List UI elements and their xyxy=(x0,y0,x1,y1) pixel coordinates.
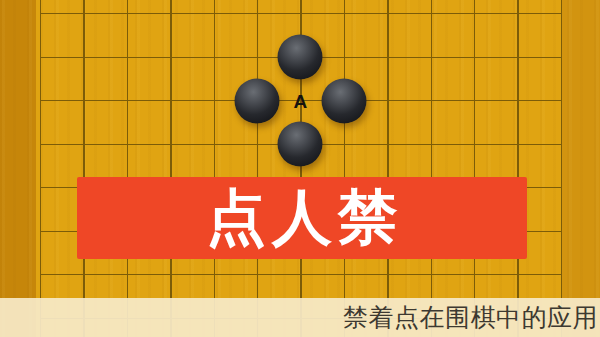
go-board-scene: A 点人禁 禁着点在围棋中的应用 xyxy=(0,0,600,337)
black-stone xyxy=(235,78,280,123)
point-label-a: A xyxy=(294,91,308,110)
stones-layer xyxy=(0,0,600,337)
caption-bar: 禁着点在围棋中的应用 xyxy=(0,298,600,337)
caption-text: 禁着点在围棋中的应用 xyxy=(343,305,600,330)
title-banner-text: 点人禁 xyxy=(200,188,404,248)
black-stone xyxy=(278,35,323,80)
title-banner: 点人禁 xyxy=(77,177,527,259)
black-stone xyxy=(278,122,323,167)
black-stone xyxy=(321,78,366,123)
